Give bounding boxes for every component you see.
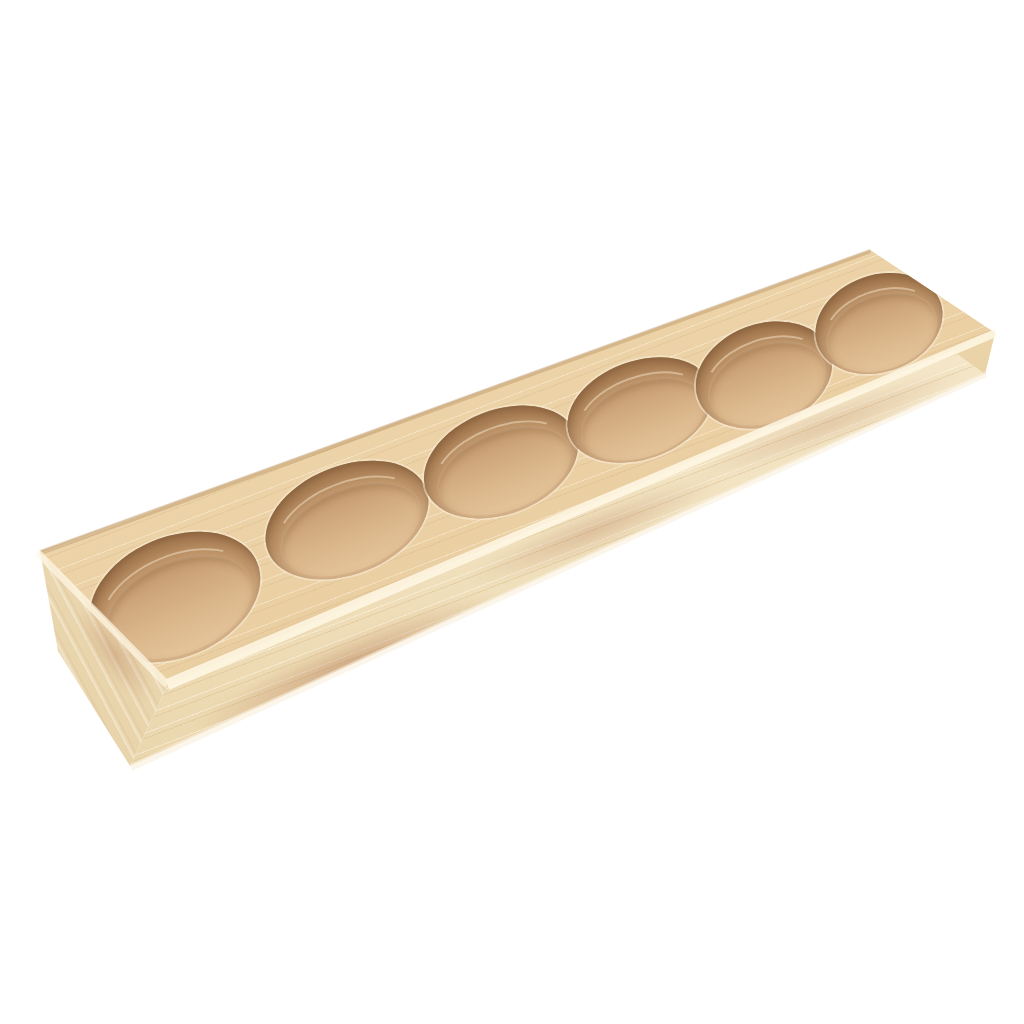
photo-background <box>0 0 1024 1024</box>
